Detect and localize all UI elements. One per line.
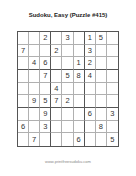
cell-r7c3[interactable]: 9 [40,108,51,121]
cell-r8c3[interactable]: 3 [40,121,51,134]
cell-r2c7[interactable]: 3 [85,45,96,58]
cell-r2c9[interactable] [107,45,118,58]
footer-url: www.printfreesudoku.com [0,159,136,164]
cell-r9c3[interactable] [40,133,51,146]
cell-r2c5[interactable] [62,45,73,58]
cell-r7c5[interactable] [62,108,73,121]
cell-r9c9[interactable]: 5 [107,133,118,146]
cell-r9c4[interactable] [51,133,62,146]
cell-r6c3[interactable]: 5 [40,95,51,108]
cell-r9c8[interactable] [96,133,107,146]
cell-r7c4[interactable] [51,108,62,121]
cell-r9c2[interactable]: 7 [29,133,40,146]
cell-r9c7[interactable] [85,133,96,146]
cell-r2c8[interactable] [96,45,107,58]
cell-r5c8[interactable] [96,83,107,96]
cell-r6c4[interactable]: 7 [51,95,62,108]
cell-r8c1[interactable]: 6 [18,121,29,134]
cell-r1c7[interactable]: 1 [85,32,96,45]
cell-r3c9[interactable] [107,57,118,70]
cell-r5c2[interactable] [29,83,40,96]
cell-r8c6[interactable] [74,121,85,134]
cell-r3c5[interactable] [62,57,73,70]
cell-r8c2[interactable] [29,121,40,134]
cell-r7c2[interactable] [29,108,40,121]
cell-r6c1[interactable] [18,95,29,108]
cell-r8c8[interactable]: 8 [96,121,107,134]
cell-r2c1[interactable]: 7 [18,45,29,58]
cell-r1c9[interactable] [107,32,118,45]
cell-r7c6[interactable] [74,108,85,121]
cell-r4c5[interactable]: 5 [62,70,73,83]
cell-r6c6[interactable] [74,95,85,108]
cell-r4c7[interactable]: 4 [85,70,96,83]
cell-r2c6[interactable] [74,45,85,58]
cell-r5c7[interactable] [85,83,96,96]
cell-r7c8[interactable] [96,108,107,121]
cell-r1c1[interactable] [18,32,29,45]
cell-r5c6[interactable] [74,83,85,96]
cell-r9c5[interactable] [62,133,73,146]
cell-r5c9[interactable] [107,83,118,96]
cell-r7c9[interactable]: 3 [107,108,118,121]
cell-r4c4[interactable] [51,70,62,83]
cell-r5c4[interactable]: 4 [51,83,62,96]
cell-r4c6[interactable]: 8 [74,70,85,83]
cell-r2c4[interactable]: 2 [51,45,62,58]
cell-r2c2[interactable] [29,45,40,58]
cell-r4c9[interactable] [107,70,118,83]
cell-r1c3[interactable]: 2 [40,32,51,45]
cell-r5c3[interactable] [40,83,51,96]
cell-r3c1[interactable] [18,57,29,70]
cell-r6c9[interactable] [107,95,118,108]
cell-r1c8[interactable]: 5 [96,32,107,45]
cell-r1c2[interactable] [29,32,40,45]
cell-r7c1[interactable] [18,108,29,121]
cell-r3c7[interactable]: 2 [85,57,96,70]
cell-r3c2[interactable]: 4 [29,57,40,70]
cell-r6c5[interactable]: 2 [62,95,73,108]
cell-r8c4[interactable] [51,121,62,134]
cell-r6c8[interactable] [96,95,107,108]
cell-r2c3[interactable] [40,45,51,58]
cell-r8c7[interactable] [85,121,96,134]
cell-r5c1[interactable] [18,83,29,96]
cell-r6c7[interactable] [85,95,96,108]
cell-r1c5[interactable]: 3 [62,32,73,45]
cell-r7c7[interactable]: 6 [85,108,96,121]
cell-r9c6[interactable]: 6 [74,133,85,146]
cell-r4c3[interactable]: 7 [40,70,51,83]
cell-r3c3[interactable]: 6 [40,57,51,70]
sudoku-grid: 23157234612758449572963638765 [17,31,119,147]
cell-r8c9[interactable] [107,121,118,134]
cell-r4c1[interactable] [18,70,29,83]
cell-r9c1[interactable] [18,133,29,146]
cell-r3c4[interactable] [51,57,62,70]
cell-r1c4[interactable] [51,32,62,45]
cell-r3c6[interactable]: 1 [74,57,85,70]
cell-r3c8[interactable] [96,57,107,70]
cell-r4c8[interactable] [96,70,107,83]
cell-r4c2[interactable] [29,70,40,83]
cell-r8c5[interactable] [62,121,73,134]
cell-r1c6[interactable] [74,32,85,45]
cell-r6c2[interactable]: 9 [29,95,40,108]
puzzle-title: Sudoku, Easy (Puzzle #415) [0,12,136,18]
sudoku-page: Sudoku, Easy (Puzzle #415) 2315723461275… [0,0,136,176]
cell-r5c5[interactable] [62,83,73,96]
